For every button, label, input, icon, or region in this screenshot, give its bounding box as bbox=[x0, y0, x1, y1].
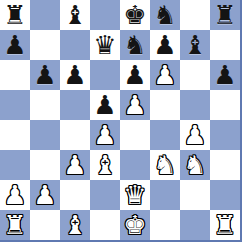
piece-white-pawn: ♟ bbox=[63, 150, 86, 180]
square-f8[interactable]: ♞ bbox=[150, 0, 180, 30]
square-a1[interactable]: ♜ bbox=[0, 210, 30, 240]
piece-black-bishop: ♝ bbox=[63, 0, 86, 30]
square-f2[interactable] bbox=[150, 180, 180, 210]
piece-white-pawn: ♟ bbox=[3, 180, 26, 210]
piece-black-pawn: ♟ bbox=[153, 30, 176, 60]
square-c5[interactable] bbox=[60, 90, 90, 120]
piece-black-knight: ♞ bbox=[123, 30, 146, 60]
square-b3[interactable] bbox=[30, 150, 60, 180]
square-d8[interactable] bbox=[90, 0, 120, 30]
square-a7[interactable]: ♟ bbox=[0, 30, 30, 60]
square-c4[interactable] bbox=[60, 120, 90, 150]
piece-white-bishop: ♝ bbox=[63, 210, 86, 240]
piece-black-pawn: ♟ bbox=[63, 60, 86, 90]
piece-black-pawn: ♟ bbox=[93, 90, 116, 120]
piece-black-pawn: ♟ bbox=[213, 60, 236, 90]
square-g2[interactable] bbox=[180, 180, 210, 210]
piece-white-pawn: ♟ bbox=[183, 120, 206, 150]
square-e1[interactable]: ♚ bbox=[120, 210, 150, 240]
piece-white-queen: ♛ bbox=[123, 180, 146, 210]
square-d4[interactable]: ♟ bbox=[90, 120, 120, 150]
square-f5[interactable] bbox=[150, 90, 180, 120]
piece-white-knight: ♞ bbox=[183, 150, 206, 180]
square-c2[interactable] bbox=[60, 180, 90, 210]
square-g6[interactable] bbox=[180, 60, 210, 90]
square-e2[interactable]: ♛ bbox=[120, 180, 150, 210]
piece-white-rook: ♜ bbox=[213, 210, 236, 240]
square-c1[interactable]: ♝ bbox=[60, 210, 90, 240]
square-e6[interactable]: ♟ bbox=[120, 60, 150, 90]
square-h6[interactable]: ♟ bbox=[210, 60, 240, 90]
piece-white-pawn: ♟ bbox=[153, 60, 176, 90]
square-e5[interactable]: ♟ bbox=[120, 90, 150, 120]
square-f1[interactable] bbox=[150, 210, 180, 240]
square-f4[interactable] bbox=[150, 120, 180, 150]
piece-black-pawn: ♟ bbox=[123, 60, 146, 90]
piece-black-rook: ♜ bbox=[213, 0, 236, 30]
square-d1[interactable] bbox=[90, 210, 120, 240]
square-b5[interactable] bbox=[30, 90, 60, 120]
square-e8[interactable]: ♚ bbox=[120, 0, 150, 30]
square-b8[interactable] bbox=[30, 0, 60, 30]
square-e7[interactable]: ♞ bbox=[120, 30, 150, 60]
chess-board: ♜♝♚♞♜♟♛♞♟♝♟♟♟♟♟♟♟♟♟♟♝♞♞♟♟♛♜♝♚♜ bbox=[0, 0, 242, 242]
piece-black-rook: ♜ bbox=[3, 0, 26, 30]
square-d6[interactable] bbox=[90, 60, 120, 90]
square-d5[interactable]: ♟ bbox=[90, 90, 120, 120]
square-b1[interactable] bbox=[30, 210, 60, 240]
square-a3[interactable] bbox=[0, 150, 30, 180]
square-h1[interactable]: ♜ bbox=[210, 210, 240, 240]
square-g1[interactable] bbox=[180, 210, 210, 240]
piece-black-pawn: ♟ bbox=[3, 30, 26, 60]
square-g8[interactable] bbox=[180, 0, 210, 30]
square-a6[interactable] bbox=[0, 60, 30, 90]
piece-black-pawn: ♟ bbox=[33, 60, 56, 90]
square-b7[interactable] bbox=[30, 30, 60, 60]
square-d7[interactable]: ♛ bbox=[90, 30, 120, 60]
piece-white-pawn: ♟ bbox=[93, 120, 116, 150]
square-g4[interactable]: ♟ bbox=[180, 120, 210, 150]
square-e3[interactable] bbox=[120, 150, 150, 180]
chess-board-container: ♜♝♚♞♜♟♛♞♟♝♟♟♟♟♟♟♟♟♟♟♝♞♞♟♟♛♜♝♚♜ bbox=[0, 0, 242, 242]
piece-black-queen: ♛ bbox=[93, 30, 116, 60]
square-c7[interactable] bbox=[60, 30, 90, 60]
piece-white-knight: ♞ bbox=[153, 150, 176, 180]
square-a2[interactable]: ♟ bbox=[0, 180, 30, 210]
square-b4[interactable] bbox=[30, 120, 60, 150]
square-a8[interactable]: ♜ bbox=[0, 0, 30, 30]
square-b6[interactable]: ♟ bbox=[30, 60, 60, 90]
square-f6[interactable]: ♟ bbox=[150, 60, 180, 90]
square-c6[interactable]: ♟ bbox=[60, 60, 90, 90]
square-f3[interactable]: ♞ bbox=[150, 150, 180, 180]
piece-white-pawn: ♟ bbox=[33, 180, 56, 210]
square-a4[interactable] bbox=[0, 120, 30, 150]
square-d3[interactable]: ♝ bbox=[90, 150, 120, 180]
piece-black-knight: ♞ bbox=[153, 0, 176, 30]
square-g5[interactable] bbox=[180, 90, 210, 120]
square-d2[interactable] bbox=[90, 180, 120, 210]
square-c3[interactable]: ♟ bbox=[60, 150, 90, 180]
square-a5[interactable] bbox=[0, 90, 30, 120]
piece-white-pawn: ♟ bbox=[123, 90, 146, 120]
square-g7[interactable]: ♝ bbox=[180, 30, 210, 60]
square-h8[interactable]: ♜ bbox=[210, 0, 240, 30]
square-b2[interactable]: ♟ bbox=[30, 180, 60, 210]
square-e4[interactable] bbox=[120, 120, 150, 150]
square-f7[interactable]: ♟ bbox=[150, 30, 180, 60]
piece-white-king: ♚ bbox=[123, 210, 146, 240]
piece-white-bishop: ♝ bbox=[93, 150, 116, 180]
square-c8[interactable]: ♝ bbox=[60, 0, 90, 30]
square-g3[interactable]: ♞ bbox=[180, 150, 210, 180]
square-h2[interactable] bbox=[210, 180, 240, 210]
piece-black-king: ♚ bbox=[123, 0, 146, 30]
square-h5[interactable] bbox=[210, 90, 240, 120]
square-h7[interactable] bbox=[210, 30, 240, 60]
square-h3[interactable] bbox=[210, 150, 240, 180]
piece-black-bishop: ♝ bbox=[183, 30, 206, 60]
piece-white-rook: ♜ bbox=[3, 210, 26, 240]
square-h4[interactable] bbox=[210, 120, 240, 150]
